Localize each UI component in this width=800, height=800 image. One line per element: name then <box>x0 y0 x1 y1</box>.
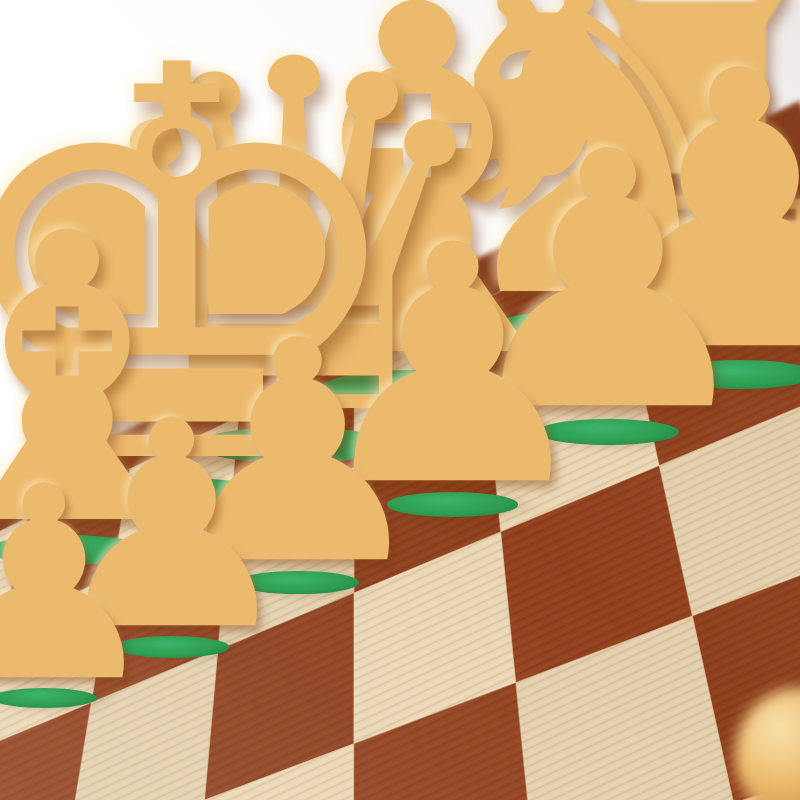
felt-base <box>611 246 774 277</box>
piece-shadow <box>187 422 429 473</box>
bishop-glyph: ♝ <box>0 183 266 581</box>
piece-shadow <box>656 356 800 396</box>
white-king-e1: ♚ <box>0 0 800 800</box>
pawn-glyph: ♟ <box>145 301 451 607</box>
felt-base <box>0 688 97 708</box>
white-queen-d1: ♛ <box>0 0 800 800</box>
knight-glyph: ♞ <box>0 278 35 609</box>
pawn-glyph: ♟ <box>431 106 785 460</box>
bishop-glyph: ♝ <box>176 0 658 425</box>
white-knight-b1: ♞ <box>0 0 800 800</box>
piece-shadow <box>603 242 800 285</box>
knight-glyph: ♞ <box>358 0 800 362</box>
pieces-layer: ♜♞♟♝♟♛♚♟♝♟♞♟♟ <box>0 0 800 800</box>
piece-shadow <box>0 685 119 713</box>
felt-base <box>663 360 800 389</box>
felt-base <box>196 427 390 463</box>
piece-shadow <box>57 473 328 530</box>
white-bishop-c1: ♝ <box>0 0 800 800</box>
chess-set-photo: ♜♞♟♝♟♛♚♟♝♟♞♟♟ <box>0 0 800 800</box>
white-pawn-e2: ♟ <box>0 0 800 800</box>
piece-shadow <box>380 489 544 523</box>
pawn-glyph: ♟ <box>289 202 617 530</box>
piece-shadow <box>485 305 712 353</box>
pawn-glyph: ♟ <box>0 452 177 719</box>
white-rook-a1: ♜ <box>0 0 800 800</box>
felt-base <box>0 535 147 565</box>
piece-shadow <box>109 633 252 663</box>
pawn-glyph: ♟ <box>549 22 800 404</box>
felt-base <box>237 571 359 594</box>
white-pawn-f2: ♟ <box>0 0 800 800</box>
white-pawn-c2: ♟ <box>0 0 800 800</box>
piece-shadow <box>230 568 383 600</box>
felt-base <box>537 419 678 446</box>
piece-shadow <box>311 365 552 416</box>
felt-base <box>494 310 676 344</box>
rook-glyph: ♜ <box>489 0 800 293</box>
white-bishop-f1: ♝ <box>0 0 800 800</box>
piece-shadow <box>0 531 179 573</box>
white-pawn-a2: ♟ <box>0 0 800 800</box>
white-pawn-b2: ♟ <box>0 0 800 800</box>
felt-base <box>115 636 229 657</box>
felt-base <box>321 370 514 406</box>
white-pawn-d2: ♟ <box>0 0 800 800</box>
felt-base <box>387 492 518 517</box>
queen-glyph: ♛ <box>51 0 535 483</box>
king-glyph: ♚ <box>0 0 447 540</box>
felt-base <box>68 478 285 519</box>
piece-shadow <box>530 415 707 452</box>
white-knight-g1: ♞ <box>0 0 800 800</box>
pawn-glyph: ♟ <box>29 384 314 669</box>
